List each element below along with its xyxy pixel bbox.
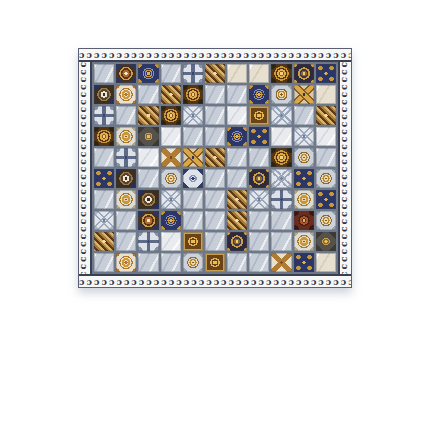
tile-r3c6-g <box>205 106 225 125</box>
tile-r2c6-g <box>205 85 225 104</box>
tile-r5c11-g <box>316 148 336 167</box>
tile-r10c6-SQ <box>205 253 225 272</box>
tile-r1c8-c <box>249 64 269 83</box>
tile-r2c7-g <box>227 85 247 104</box>
tile-r5c5-GX <box>183 148 203 167</box>
tile-r8c1-SB <box>94 211 114 230</box>
tile-r4c8-ND <box>249 127 269 146</box>
tile-r10c8-g <box>249 253 269 272</box>
tile-r1c11-ND <box>316 64 336 83</box>
tile-r5c9-GM <box>271 148 291 167</box>
tile-r3c11-BB <box>316 106 336 125</box>
tile-r7c7-BB <box>227 190 247 209</box>
tile-r9c1-BB <box>94 232 114 251</box>
tile-r5c6-BB <box>205 148 225 167</box>
tile-r3c10-g <box>294 106 314 125</box>
tile-r6c2-RG <box>116 169 136 188</box>
tile-r3c4-GM <box>161 106 181 125</box>
tile-r3c2-g <box>116 106 136 125</box>
tile-r9c6-g <box>205 232 225 251</box>
tile-r3c1-CG <box>94 106 114 125</box>
tile-r6c8-SD <box>249 169 269 188</box>
tile-r4c11-w <box>316 127 336 146</box>
tile-r10c11-c <box>316 253 336 272</box>
tile-r8c3-FB <box>138 211 158 230</box>
tile-r7c4-SB <box>161 190 181 209</box>
tile-r1c5-CG <box>183 64 203 83</box>
tile-r2c2-TF <box>116 85 136 104</box>
tile-r6c6-g <box>205 169 225 188</box>
tile-r3c8-SQ <box>249 106 269 125</box>
scroll-border-left: ɔɔɔɔɔɔɔɔɔɔɔɔɔɔɔɔɔɔɔɔɔɔɔɔɔɔɔɔɔɔɔɔɔɔɔɔɔɔ <box>79 62 92 274</box>
tile-r8c11-CO <box>316 211 336 230</box>
tile-r2c5-GM <box>183 85 203 104</box>
tile-r2c8-NG <box>249 85 269 104</box>
tile-r7c1-g <box>94 190 114 209</box>
scroll-border-right: ɔɔɔɔɔɔɔɔɔɔɔɔɔɔɔɔɔɔɔɔɔɔɔɔɔɔɔɔɔɔɔɔɔɔɔɔɔɔ <box>338 62 351 274</box>
tile-r8c4-NG <box>161 211 181 230</box>
tile-r7c9-CG <box>271 190 291 209</box>
tile-r10c4-g <box>161 253 181 272</box>
tile-r4c4-w <box>161 127 181 146</box>
tile-r8c6-g <box>205 211 225 230</box>
tile-r2c11-c <box>316 85 336 104</box>
tile-r7c11-ND <box>316 190 336 209</box>
tile-r1c1-g <box>94 64 114 83</box>
tile-r4c3-GD <box>138 127 158 146</box>
tile-r7c6-g <box>205 190 225 209</box>
tile-r9c8-g <box>249 232 269 251</box>
tile-r8c5-g <box>183 211 203 230</box>
tile-r2c1-RG <box>94 85 114 104</box>
tile-r4c7-NG <box>227 127 247 146</box>
tile-r1c2-FB <box>116 64 136 83</box>
tile-r7c3-RG <box>138 190 158 209</box>
tile-r9c7-SD <box>227 232 247 251</box>
tile-r9c10-GF <box>294 232 314 251</box>
tile-r7c5-g <box>183 190 203 209</box>
tile-r10c7-g <box>227 253 247 272</box>
tile-r5c2-CG <box>116 148 136 167</box>
tile-r7c2-GF <box>116 190 136 209</box>
tile-r1c4-g <box>161 64 181 83</box>
tile-r7c8-SB <box>249 190 269 209</box>
tile-r9c3-CG <box>138 232 158 251</box>
tile-r10c2-TF <box>116 253 136 272</box>
tile-r8c10-RD <box>294 211 314 230</box>
tile-r4c9-w <box>271 127 291 146</box>
tile-r5c3-w <box>138 148 158 167</box>
tile-r10c1-g <box>94 253 114 272</box>
tile-r9c9-g <box>271 232 291 251</box>
tile-r10c5-CO <box>183 253 203 272</box>
tile-r5c4-TX <box>161 148 181 167</box>
tile-r9c11-GD <box>316 232 336 251</box>
tile-r3c3-BB <box>138 106 158 125</box>
tile-r2c4-BB <box>161 85 181 104</box>
tile-r6c4-CO <box>161 169 181 188</box>
page-background: ɔɔɔɔɔɔɔɔɔɔɔɔɔɔɔɔɔɔɔɔɔɔɔɔɔɔɔɔɔɔɔɔɔɔɔɔɔɔɔɔ… <box>0 0 430 422</box>
tile-r2c9-CO <box>271 85 291 104</box>
tile-r2c3-g <box>138 85 158 104</box>
tile-r9c4-w <box>161 232 181 251</box>
tile-r8c2-g <box>116 211 136 230</box>
tile-r5c8-g <box>249 148 269 167</box>
tile-r1c7-c <box>227 64 247 83</box>
tile-r4c6-g <box>205 127 225 146</box>
tile-r9c2-g <box>116 232 136 251</box>
tile-r5c7-g <box>227 148 247 167</box>
tile-r6c10-ND <box>294 169 314 188</box>
tile-r3c7-w <box>227 106 247 125</box>
tile-r5c1-g <box>94 148 114 167</box>
tile-r1c10-SD <box>294 64 314 83</box>
tile-r3c5-SB <box>183 106 203 125</box>
tile-r10c3-g <box>138 253 158 272</box>
scroll-border-bottom: ɔɔɔɔɔɔɔɔɔɔɔɔɔɔɔɔɔɔɔɔɔɔɔɔɔɔɔɔɔɔɔɔɔɔɔɔɔɔɔɔ… <box>79 274 351 287</box>
tile-r6c1-ND <box>94 169 114 188</box>
tile-r4c5-g <box>183 127 203 146</box>
scroll-border-top: ɔɔɔɔɔɔɔɔɔɔɔɔɔɔɔɔɔɔɔɔɔɔɔɔɔɔɔɔɔɔɔɔɔɔɔɔɔɔɔɔ… <box>79 49 351 62</box>
tile-r10c9-TX <box>271 253 291 272</box>
tile-grid <box>92 62 338 274</box>
tile-r10c10-ND <box>294 253 314 272</box>
tile-r6c5-DN <box>183 169 203 188</box>
tile-r1c6-BB <box>205 64 225 83</box>
tile-r4c10-SB <box>294 127 314 146</box>
tile-r6c3-g <box>138 169 158 188</box>
mosaic-tile-board: ɔɔɔɔɔɔɔɔɔɔɔɔɔɔɔɔɔɔɔɔɔɔɔɔɔɔɔɔɔɔɔɔɔɔɔɔɔɔɔɔ… <box>78 48 352 288</box>
tile-r4c2-GF <box>116 127 136 146</box>
tile-r3c9-SB <box>271 106 291 125</box>
tile-r4c1-GM <box>94 127 114 146</box>
tile-r5c10-CO <box>294 148 314 167</box>
tile-r8c8-g <box>249 211 269 230</box>
tile-r6c11-CO <box>316 169 336 188</box>
tile-r6c9-SB <box>271 169 291 188</box>
tile-r7c10-GF <box>294 190 314 209</box>
tile-r8c7-BB <box>227 211 247 230</box>
tile-r9c5-SQ <box>183 232 203 251</box>
tile-r8c9-g <box>271 211 291 230</box>
tile-r1c3-NG <box>138 64 158 83</box>
tile-r2c10-GX <box>294 85 314 104</box>
tile-r6c7-g <box>227 169 247 188</box>
tile-r1c9-GM <box>271 64 291 83</box>
